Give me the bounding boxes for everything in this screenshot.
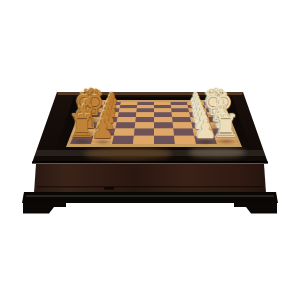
gold-pieces-reflection xyxy=(84,147,172,160)
piece-gold-pawn: ♟ xyxy=(91,116,115,143)
ivory-pieces-reflection xyxy=(188,147,246,158)
chess-set-photo: ♜♞♝♛♚♝♞♜♟♟♟♟♟♟♟♟♟♟♟♟♟♟♟♟♜♞♝♛♚♝♞♜ xyxy=(0,0,300,300)
piece-ivory-rook: ♜ xyxy=(212,111,240,142)
